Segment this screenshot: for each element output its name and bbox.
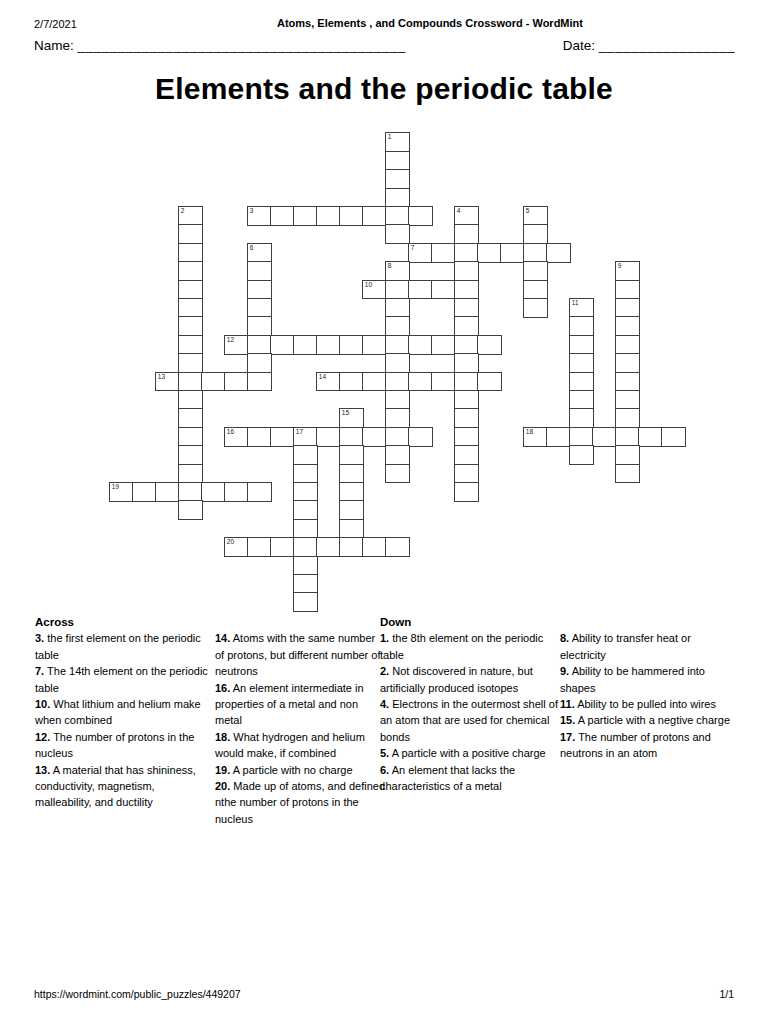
grid-cell-r18c10[interactable]: [339, 464, 363, 484]
grid-cell-r16c8[interactable]: 17: [293, 427, 317, 447]
grid-cell-r11c11[interactable]: [362, 335, 386, 355]
grid-cell-r8c11[interactable]: 10: [362, 280, 386, 300]
grid-cell-r13c3[interactable]: [178, 372, 202, 392]
grid-cell-r2c12[interactable]: [385, 169, 409, 189]
clue-3: 3. the first element on the periodic tab…: [35, 630, 211, 663]
grid-cell-r11c14[interactable]: [431, 335, 455, 355]
grid-cell-r9c12[interactable]: [385, 298, 409, 318]
grid-cell-r19c6[interactable]: [247, 482, 271, 502]
grid-cell-r7c15[interactable]: [454, 261, 478, 281]
grid-cell-r13c2[interactable]: 13: [155, 372, 179, 392]
grid-cell-r18c12[interactable]: [385, 464, 409, 484]
grid-cell-r6c3[interactable]: [178, 243, 202, 263]
grid-cell-r4c15[interactable]: 4: [454, 206, 478, 226]
grid-cell-r14c22[interactable]: [615, 390, 639, 410]
across-heading: Across: [35, 614, 211, 630]
grid-cell-r7c6[interactable]: [247, 261, 271, 281]
clue-number-4: 4: [457, 207, 461, 215]
clue-1: 1. the 8th element on the periodic table: [380, 630, 559, 663]
clue-10: 10. What lithium and helium make when co…: [35, 696, 211, 729]
grid-cell-r10c3[interactable]: [178, 316, 202, 336]
name-field: Name: __________________________________…: [34, 38, 406, 53]
grid-cell-r21c8[interactable]: [293, 519, 317, 539]
grid-cell-r18c8[interactable]: [293, 464, 317, 484]
clue-number-3: 3: [250, 207, 254, 215]
grid-cell-r11c12[interactable]: [385, 335, 409, 355]
grid-cell-r25c8[interactable]: [293, 592, 317, 612]
grid-cell-r16c23[interactable]: [638, 427, 662, 447]
grid-cell-r19c8[interactable]: [293, 482, 317, 502]
clue-number-19: 19: [112, 483, 119, 491]
clue-number-1: 1: [388, 133, 392, 141]
down-list-1: 1. the 8th element on the periodic table…: [380, 630, 559, 794]
grid-cell-r18c22[interactable]: [615, 464, 639, 484]
grid-cell-r13c6[interactable]: [247, 372, 271, 392]
across-list-1: 3. the first element on the periodic tab…: [35, 630, 211, 810]
grid-cell-r4c11[interactable]: [362, 206, 386, 226]
page-number: 1/1: [719, 988, 734, 1000]
grid-cell-r9c3[interactable]: [178, 298, 202, 318]
clue-number-18: 18: [526, 428, 533, 436]
grid-cell-r1c12[interactable]: [385, 151, 409, 171]
clue-6: 6. An element that lacks the characteris…: [380, 762, 559, 795]
grid-cell-r16c7[interactable]: [270, 427, 294, 447]
grid-cell-r10c20[interactable]: [569, 316, 593, 336]
down-list-2: 8. Ability to transfer heat or electrici…: [560, 630, 734, 761]
grid-cell-r14c15[interactable]: [454, 390, 478, 410]
clue-17: 17. The number of protons and neutrons i…: [560, 729, 734, 762]
grid-cell-r19c4[interactable]: [201, 482, 225, 502]
grid-cell-r4c7[interactable]: [270, 206, 294, 226]
worksheet-page: 2/7/2021 Atoms, Elements , and Compounds…: [0, 0, 768, 1024]
grid-cell-r12c20[interactable]: [569, 353, 593, 373]
grid-cell-r13c20[interactable]: [569, 372, 593, 392]
grid-cell-r11c16[interactable]: [477, 335, 501, 355]
puzzle-title: Elements and the periodic table: [0, 72, 768, 106]
grid-cell-r22c12[interactable]: [385, 537, 409, 557]
grid-cell-r5c12[interactable]: [385, 224, 409, 244]
grid-cell-r13c22[interactable]: [615, 372, 639, 392]
date-field: Date: _________________: [563, 38, 735, 53]
grid-cell-r13c11[interactable]: [362, 372, 386, 392]
grid-cell-r8c13[interactable]: [408, 280, 432, 300]
grid-cell-r22c8[interactable]: [293, 537, 317, 557]
grid-cell-r9c18[interactable]: [523, 298, 547, 318]
grid-cell-r7c22[interactable]: 9: [615, 261, 639, 281]
grid-cell-r16c18[interactable]: 18: [523, 427, 547, 447]
clue-number-10: 10: [365, 281, 372, 289]
grid-cell-r11c20[interactable]: [569, 335, 593, 355]
grid-cell-r22c11[interactable]: [362, 537, 386, 557]
grid-cell-r6c18[interactable]: [523, 243, 547, 263]
date-label: Date:: [563, 38, 595, 53]
grid-cell-r13c9[interactable]: 14: [316, 372, 340, 392]
grid-cell-r16c12[interactable]: [385, 427, 409, 447]
grid-cell-r4c9[interactable]: [316, 206, 340, 226]
grid-cell-r9c22[interactable]: [615, 298, 639, 318]
across-list-2: 14. Atoms with the same number of proton…: [215, 630, 387, 827]
clue-2: 2. Not discovered in nature, but artific…: [380, 663, 559, 696]
grid-cell-r11c15[interactable]: [454, 335, 478, 355]
grid-cell-r17c22[interactable]: [615, 445, 639, 465]
clue-number-6: 6: [250, 244, 254, 252]
grid-cell-r13c14[interactable]: [431, 372, 455, 392]
source-url[interactable]: https://wordmint.com/public_puzzles/4492…: [34, 988, 241, 1000]
down-heading: Down: [380, 614, 559, 630]
grid-cell-r14c20[interactable]: [569, 390, 593, 410]
grid-cell-r11c7[interactable]: [270, 335, 294, 355]
grid-cell-r8c18[interactable]: [523, 280, 547, 300]
clue-9: 9. Ability to be hammered into shapes: [560, 663, 734, 696]
grid-cell-r16c22[interactable]: [615, 427, 639, 447]
clue-20: 20. Made up of atoms, and defined nthe n…: [215, 778, 387, 827]
down-clues-column-2: 8. Ability to transfer heat or electrici…: [560, 614, 734, 762]
clue-number-15: 15: [342, 409, 349, 417]
grid-cell-r16c24[interactable]: [661, 427, 685, 447]
grid-cell-r20c3[interactable]: [178, 500, 202, 520]
grid-cell-r19c15[interactable]: [454, 482, 478, 502]
grid-cell-r16c3[interactable]: [178, 427, 202, 447]
grid-cell-r18c15[interactable]: [454, 464, 478, 484]
across-clues-column-1: Across 3. the first element on the perio…: [35, 614, 211, 811]
clue-15: 15. A particle with a negtive charge: [560, 712, 734, 728]
across-clues-column-2: 14. Atoms with the same number of proton…: [215, 614, 387, 827]
grid-cell-r12c12[interactable]: [385, 353, 409, 373]
grid-cell-r4c3[interactable]: 2: [178, 206, 202, 226]
grid-cell-r19c0[interactable]: 19: [109, 482, 133, 502]
grid-cell-r8c6[interactable]: [247, 280, 271, 300]
grid-cell-r9c6[interactable]: [247, 298, 271, 318]
grid-cell-r13c12[interactable]: [385, 372, 409, 392]
grid-cell-r20c8[interactable]: [293, 500, 317, 520]
clue-12: 12. The number of protons in the nucleus: [35, 729, 211, 762]
grid-cell-r13c16[interactable]: [477, 372, 501, 392]
grid-cell-r15c10[interactable]: 15: [339, 408, 363, 428]
grid-cell-r22c6[interactable]: [247, 537, 271, 557]
grid-cell-r22c10[interactable]: [339, 537, 363, 557]
grid-cell-r4c13[interactable]: [408, 206, 432, 226]
grid-cell-r17c8[interactable]: [293, 445, 317, 465]
grid-cell-r11c3[interactable]: [178, 335, 202, 355]
grid-cell-r24c8[interactable]: [293, 574, 317, 594]
page-footer: https://wordmint.com/public_puzzles/4492…: [34, 988, 734, 1000]
grid-cell-r7c18[interactable]: [523, 261, 547, 281]
grid-cell-r19c10[interactable]: [339, 482, 363, 502]
document-title: Atoms, Elements , and Compounds Crosswor…: [92, 17, 768, 29]
clue-number-14: 14: [319, 373, 326, 381]
clue-number-17: 17: [296, 428, 303, 436]
grid-cell-r4c12[interactable]: [385, 206, 409, 226]
clue-number-9: 9: [618, 262, 622, 270]
grid-cell-r17c10[interactable]: [339, 445, 363, 465]
grid-cell-r6c19[interactable]: [546, 243, 570, 263]
clue-number-5: 5: [526, 207, 530, 215]
grid-cell-r11c9[interactable]: [316, 335, 340, 355]
grid-cell-r14c3[interactable]: [178, 390, 202, 410]
date-blank-line: _________________: [599, 38, 735, 53]
grid-cell-r16c20[interactable]: [569, 427, 593, 447]
grid-cell-r11c6[interactable]: [247, 335, 271, 355]
grid-cell-r16c11[interactable]: [362, 427, 386, 447]
grid-cell-r4c10[interactable]: [339, 206, 363, 226]
grid-cell-r17c20[interactable]: [569, 445, 593, 465]
grid-cell-r6c6[interactable]: 6: [247, 243, 271, 263]
grid-cell-r12c22[interactable]: [615, 353, 639, 373]
grid-cell-r15c15[interactable]: [454, 408, 478, 428]
grid-cell-r13c4[interactable]: [201, 372, 225, 392]
grid-cell-r9c15[interactable]: [454, 298, 478, 318]
clue-19: 19. A particle with no charge: [215, 762, 387, 778]
grid-cell-r19c1[interactable]: [132, 482, 156, 502]
grid-cell-r22c5[interactable]: 20: [224, 537, 248, 557]
grid-cell-r11c13[interactable]: [408, 335, 432, 355]
grid-cell-r10c12[interactable]: [385, 316, 409, 336]
grid-cell-r8c22[interactable]: [615, 280, 639, 300]
grid-cell-r16c9[interactable]: [316, 427, 340, 447]
grid-cell-r10c6[interactable]: [247, 316, 271, 336]
grid-cell-r4c6[interactable]: 3: [247, 206, 271, 226]
clue-13: 13. A material that has shininess, condu…: [35, 762, 211, 811]
grid-cell-r10c22[interactable]: [615, 316, 639, 336]
grid-cell-r6c16[interactable]: [477, 243, 501, 263]
grid-cell-r13c15[interactable]: [454, 372, 478, 392]
grid-cell-r16c15[interactable]: [454, 427, 478, 447]
clue-number-11: 11: [572, 299, 579, 307]
grid-cell-r13c10[interactable]: [339, 372, 363, 392]
clue-number-16: 16: [227, 428, 234, 436]
grid-cell-r16c21[interactable]: [592, 427, 616, 447]
grid-cell-r13c13[interactable]: [408, 372, 432, 392]
grid-cell-r0c12[interactable]: 1: [385, 132, 409, 152]
clue-11: 11. Ability to be pulled into wires: [560, 696, 734, 712]
grid-cell-r15c20[interactable]: [569, 408, 593, 428]
clue-number-7: 7: [411, 244, 415, 252]
clue-4: 4. Electrons in the outermost shell of a…: [380, 696, 559, 745]
grid-cell-r6c15[interactable]: [454, 243, 478, 263]
clue-number-13: 13: [158, 373, 165, 381]
grid-cell-r15c3[interactable]: [178, 408, 202, 428]
name-blank-line: ________________________________________…: [78, 38, 406, 53]
grid-cell-r8c3[interactable]: [178, 280, 202, 300]
grid-cell-r16c13[interactable]: [408, 427, 432, 447]
grid-cell-r12c15[interactable]: [454, 353, 478, 373]
crossword-grid: 1234567891011121314151617181920: [110, 133, 685, 612]
grid-cell-r3c12[interactable]: [385, 188, 409, 208]
clue-8: 8. Ability to transfer heat or electrici…: [560, 630, 734, 663]
grid-cell-r17c15[interactable]: [454, 445, 478, 465]
grid-cell-r19c2[interactable]: [155, 482, 179, 502]
grid-cell-r12c3[interactable]: [178, 353, 202, 373]
grid-cell-r8c14[interactable]: [431, 280, 455, 300]
grid-cell-r4c8[interactable]: [293, 206, 317, 226]
grid-cell-r9c20[interactable]: 11: [569, 298, 593, 318]
clue-7: 7. The 14th element on the periodic tabl…: [35, 663, 211, 696]
grid-cell-r11c22[interactable]: [615, 335, 639, 355]
down-clues-column-1: Down 1. the 8th element on the periodic …: [380, 614, 559, 794]
grid-cell-r4c18[interactable]: 5: [523, 206, 547, 226]
grid-cell-r17c12[interactable]: [385, 445, 409, 465]
grid-cell-r6c14[interactable]: [431, 243, 455, 263]
grid-cell-r22c7[interactable]: [270, 537, 294, 557]
grid-cell-r15c12[interactable]: [385, 408, 409, 428]
grid-cell-r23c8[interactable]: [293, 556, 317, 576]
grid-cell-r19c5[interactable]: [224, 482, 248, 502]
clue-number-12: 12: [227, 336, 234, 344]
grid-cell-r11c5[interactable]: 12: [224, 335, 248, 355]
clue-number-2: 2: [181, 207, 185, 215]
clue-number-20: 20: [227, 538, 234, 546]
grid-cell-r10c15[interactable]: [454, 316, 478, 336]
name-label: Name:: [34, 38, 74, 53]
grid-cell-r21c10[interactable]: [339, 519, 363, 539]
grid-cell-r8c12[interactable]: [385, 280, 409, 300]
clue-number-8: 8: [388, 262, 392, 270]
grid-cell-r12c6[interactable]: [247, 353, 271, 373]
grid-cell-r11c10[interactable]: [339, 335, 363, 355]
name-date-row: Name: __________________________________…: [34, 38, 735, 53]
clue-5: 5. A particle with a positive charge: [380, 745, 559, 761]
clue-16: 16. An element intermediate in propertie…: [215, 680, 387, 729]
grid-cell-r13c5[interactable]: [224, 372, 248, 392]
grid-cell-r16c6[interactable]: [247, 427, 271, 447]
grid-cell-r8c15[interactable]: [454, 280, 478, 300]
grid-cell-r16c19[interactable]: [546, 427, 570, 447]
grid-cell-r14c12[interactable]: [385, 390, 409, 410]
grid-cell-r18c3[interactable]: [178, 464, 202, 484]
grid-cell-r7c12[interactable]: 8: [385, 261, 409, 281]
grid-cell-r6c17[interactable]: [500, 243, 524, 263]
grid-cell-r6c13[interactable]: 7: [408, 243, 432, 263]
clue-18: 18. What hydrogen and helium would make,…: [215, 729, 387, 762]
grid-cell-r5c15[interactable]: [454, 224, 478, 244]
clue-14: 14. Atoms with the same number of proton…: [215, 630, 387, 679]
grid-cell-r11c8[interactable]: [293, 335, 317, 355]
grid-cell-r7c3[interactable]: [178, 261, 202, 281]
grid-cell-r22c9[interactable]: [316, 537, 340, 557]
grid-cell-r5c3[interactable]: [178, 224, 202, 244]
grid-cell-r15c22[interactable]: [615, 408, 639, 428]
grid-cell-r17c3[interactable]: [178, 445, 202, 465]
grid-cell-r5c18[interactable]: [523, 224, 547, 244]
grid-cell-r16c10[interactable]: [339, 427, 363, 447]
grid-cell-r20c10[interactable]: [339, 500, 363, 520]
grid-cell-r16c5[interactable]: 16: [224, 427, 248, 447]
grid-cell-r19c3[interactable]: [178, 482, 202, 502]
print-date: 2/7/2021: [34, 18, 77, 30]
